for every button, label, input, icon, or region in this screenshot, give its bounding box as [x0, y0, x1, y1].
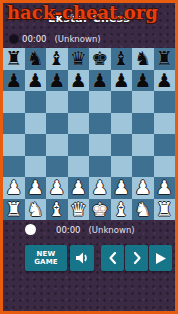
board-square-a7[interactable]: ♟: [3, 70, 25, 92]
board-square-b2[interactable]: ♟: [25, 177, 47, 199]
chevron-left-icon: [106, 251, 120, 265]
black-clock: 00:00 (Unknown): [9, 33, 101, 45]
black-clock-time: 00:00: [22, 34, 47, 44]
white-rook[interactable]: ♜: [156, 200, 173, 219]
board-square-g4[interactable]: [132, 134, 154, 156]
board-square-e8[interactable]: ♚: [89, 48, 111, 70]
sound-button[interactable]: [70, 245, 94, 271]
black-rook[interactable]: ♜: [156, 49, 173, 68]
white-pawn[interactable]: ♟: [113, 178, 130, 197]
chess-board[interactable]: ♜♞♝♛♚♝♞♜♟♟♟♟♟♟♟♟♟♟♟♟♟♟♟♟♜♞♝♛♚♝♞♜: [3, 48, 175, 220]
board-square-a8[interactable]: ♜: [3, 48, 25, 70]
board-square-d8[interactable]: ♛: [68, 48, 90, 70]
new-game-button[interactable]: NEW GAME: [25, 245, 67, 271]
board-square-e2[interactable]: ♟: [89, 177, 111, 199]
board-square-c2[interactable]: ♟: [46, 177, 68, 199]
black-king[interactable]: ♚: [91, 49, 108, 68]
play-icon: [153, 251, 168, 266]
previous-move-button[interactable]: [101, 245, 124, 271]
board-square-b6[interactable]: [25, 91, 47, 113]
board-square-b7[interactable]: ♟: [25, 70, 47, 92]
speaker-on-icon: [74, 250, 90, 266]
black-pawn[interactable]: ♟: [134, 71, 151, 90]
board-square-a2[interactable]: ♟: [3, 177, 25, 199]
board-square-f7[interactable]: ♟: [111, 70, 133, 92]
board-square-d3[interactable]: [68, 156, 90, 178]
black-pawn[interactable]: ♟: [5, 71, 22, 90]
board-square-f1[interactable]: ♝: [111, 199, 133, 221]
watermark-text: hack-cheat.org: [7, 2, 158, 23]
black-pawn[interactable]: ♟: [156, 71, 173, 90]
board-square-h4[interactable]: [154, 134, 176, 156]
white-pawn[interactable]: ♟: [134, 178, 151, 197]
board-square-g2[interactable]: ♟: [132, 177, 154, 199]
board-square-g7[interactable]: ♟: [132, 70, 154, 92]
board-square-b3[interactable]: [25, 156, 47, 178]
board-square-h3[interactable]: [154, 156, 176, 178]
white-bishop[interactable]: ♝: [113, 200, 130, 219]
board-square-d2[interactable]: ♟: [68, 177, 90, 199]
board-square-c6[interactable]: [46, 91, 68, 113]
board-square-e1[interactable]: ♚: [89, 199, 111, 221]
board-square-c1[interactable]: ♝: [46, 199, 68, 221]
board-square-g3[interactable]: [132, 156, 154, 178]
board-square-e3[interactable]: [89, 156, 111, 178]
white-pawn[interactable]: ♟: [5, 178, 22, 197]
board-square-a6[interactable]: [3, 91, 25, 113]
white-clock: 00:00 (Unknown): [25, 223, 135, 236]
board-square-c4[interactable]: [46, 134, 68, 156]
black-pawn[interactable]: ♟: [91, 71, 108, 90]
app-screen: hack-cheat.org Ekstar Chess 00:00 (Unkno…: [0, 0, 178, 314]
board-square-g6[interactable]: [132, 91, 154, 113]
board-square-f8[interactable]: ♝: [111, 48, 133, 70]
black-queen[interactable]: ♛: [70, 49, 87, 68]
white-rook[interactable]: ♜: [5, 200, 22, 219]
board-square-g1[interactable]: ♞: [132, 199, 154, 221]
board-square-h1[interactable]: ♜: [154, 199, 176, 221]
white-king[interactable]: ♚: [91, 200, 108, 219]
black-knight[interactable]: ♞: [134, 49, 151, 68]
white-queen[interactable]: ♛: [70, 200, 87, 219]
board-square-a4[interactable]: [3, 134, 25, 156]
board-square-h2[interactable]: ♟: [154, 177, 176, 199]
black-knight[interactable]: ♞: [27, 49, 44, 68]
board-square-d4[interactable]: [68, 134, 90, 156]
board-square-f4[interactable]: [111, 134, 133, 156]
black-rook[interactable]: ♜: [5, 49, 22, 68]
black-pawn[interactable]: ♟: [113, 71, 130, 90]
board-square-g8[interactable]: ♞: [132, 48, 154, 70]
white-knight[interactable]: ♞: [134, 200, 151, 219]
board-square-c8[interactable]: ♝: [46, 48, 68, 70]
white-bishop[interactable]: ♝: [48, 200, 65, 219]
white-pawn[interactable]: ♟: [70, 178, 87, 197]
board-square-h5[interactable]: [154, 113, 176, 135]
black-bishop[interactable]: ♝: [113, 49, 130, 68]
board-square-f6[interactable]: [111, 91, 133, 113]
board-square-e5[interactable]: [89, 113, 111, 135]
board-square-c7[interactable]: ♟: [46, 70, 68, 92]
board-square-h7[interactable]: ♟: [154, 70, 176, 92]
board-square-f3[interactable]: [111, 156, 133, 178]
board-square-b5[interactable]: [25, 113, 47, 135]
play-button[interactable]: [149, 245, 172, 271]
board-square-a3[interactable]: [3, 156, 25, 178]
chevron-right-icon: [130, 251, 144, 265]
white-player-circle-icon: [25, 224, 36, 235]
white-pawn[interactable]: ♟: [48, 178, 65, 197]
board-square-h6[interactable]: [154, 91, 176, 113]
board-square-d6[interactable]: [68, 91, 90, 113]
board-square-e6[interactable]: [89, 91, 111, 113]
board-square-f2[interactable]: ♟: [111, 177, 133, 199]
board-square-b4[interactable]: [25, 134, 47, 156]
black-pawn[interactable]: ♟: [27, 71, 44, 90]
white-pawn[interactable]: ♟: [156, 178, 173, 197]
board-square-f5[interactable]: [111, 113, 133, 135]
board-square-e7[interactable]: ♟: [89, 70, 111, 92]
board-square-b8[interactable]: ♞: [25, 48, 47, 70]
board-square-a1[interactable]: ♜: [3, 199, 25, 221]
white-pawn[interactable]: ♟: [27, 178, 44, 197]
black-pawn[interactable]: ♟: [48, 71, 65, 90]
board-square-g5[interactable]: [132, 113, 154, 135]
black-pawn[interactable]: ♟: [70, 71, 87, 90]
white-pawn[interactable]: ♟: [91, 178, 108, 197]
next-move-button[interactable]: [125, 245, 148, 271]
white-player-mode: (Unknown): [89, 225, 135, 235]
board-square-d5[interactable]: [68, 113, 90, 135]
board-square-d1[interactable]: ♛: [68, 199, 90, 221]
board-square-a5[interactable]: [3, 113, 25, 135]
black-player-mode: (Unknown): [55, 34, 101, 44]
board-square-b1[interactable]: ♞: [25, 199, 47, 221]
board-square-d7[interactable]: ♟: [68, 70, 90, 92]
board-square-c3[interactable]: [46, 156, 68, 178]
black-bishop[interactable]: ♝: [48, 49, 65, 68]
board-square-h8[interactable]: ♜: [154, 48, 176, 70]
black-player-circle-icon: [9, 34, 19, 44]
board-square-e4[interactable]: [89, 134, 111, 156]
white-clock-time: 00:00: [56, 225, 81, 235]
board-square-c5[interactable]: [46, 113, 68, 135]
white-knight[interactable]: ♞: [27, 200, 44, 219]
